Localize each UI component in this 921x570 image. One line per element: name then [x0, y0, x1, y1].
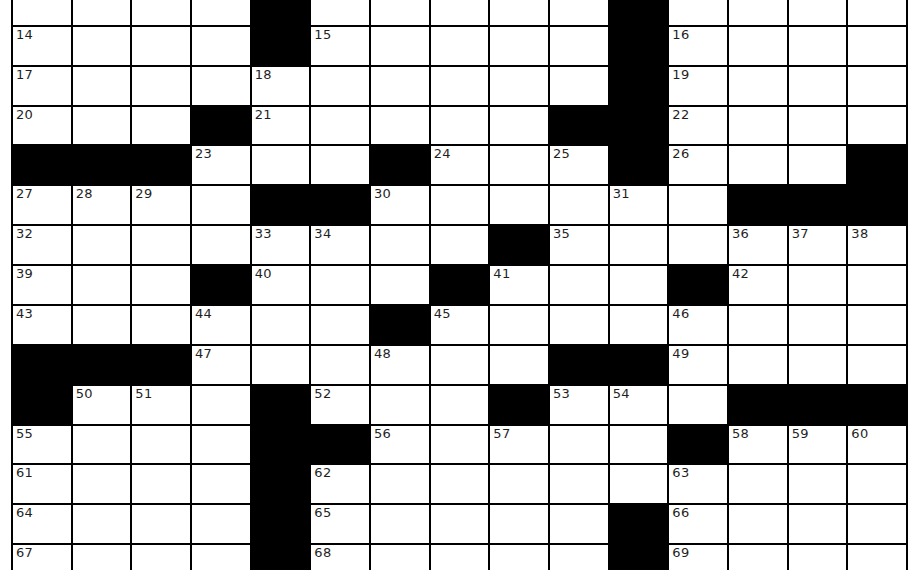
cell-r14c14[interactable] [789, 505, 847, 543]
cell-r13c10[interactable] [550, 465, 608, 503]
clue-number-56: 56 [374, 427, 391, 441]
cell-r3c7[interactable] [371, 67, 429, 105]
black-cell-r12c5 [252, 426, 310, 464]
black-cell-r10c2 [73, 346, 131, 384]
black-cell-r11c1 [13, 386, 71, 424]
cell-r10c7[interactable]: 48 [371, 346, 429, 384]
clue-number-20: 20 [16, 108, 33, 122]
cell-r5c14[interactable] [789, 146, 847, 184]
cell-r5c12[interactable]: 26 [669, 146, 727, 184]
cell-r13c7[interactable] [371, 465, 429, 503]
cell-r3c4[interactable] [192, 67, 250, 105]
cell-r8c3[interactable] [132, 266, 190, 304]
cell-r10c12[interactable]: 49 [669, 346, 727, 384]
cell-r8c10[interactable] [550, 266, 608, 304]
cell-r8c13[interactable]: 42 [729, 266, 787, 304]
black-cell-r8c12 [669, 266, 727, 304]
black-cell-r6c5 [252, 186, 310, 224]
cell-r12c1[interactable]: 55 [13, 426, 71, 464]
cell-r14c4[interactable] [192, 505, 250, 543]
cell-r3c3[interactable] [132, 67, 190, 105]
clue-number-67: 67 [16, 546, 33, 560]
cell-r7c8[interactable] [431, 226, 489, 264]
black-cell-r5c3 [132, 146, 190, 184]
clue-number-49: 49 [672, 347, 689, 361]
clue-number-53: 53 [553, 387, 570, 401]
clue-number-51: 51 [135, 387, 152, 401]
cell-r10c8[interactable] [431, 346, 489, 384]
black-cell-r6c14 [789, 186, 847, 224]
clue-number-50: 50 [76, 387, 93, 401]
cell-r2c14[interactable] [789, 27, 847, 65]
clue-number-64: 64 [16, 506, 33, 520]
clue-number-44: 44 [195, 307, 212, 321]
black-cell-r10c10 [550, 346, 608, 384]
cell-r8c14[interactable] [789, 266, 847, 304]
cell-r2c9[interactable] [490, 27, 548, 65]
cell-r7c7[interactable] [371, 226, 429, 264]
cell-r14c3[interactable] [132, 505, 190, 543]
cell-r5c9[interactable] [490, 146, 548, 184]
clue-number-32: 32 [16, 227, 33, 241]
cell-r6c9[interactable] [490, 186, 548, 224]
cell-r13c15[interactable] [848, 465, 906, 503]
cell-r5c6[interactable] [311, 146, 369, 184]
black-cell-r10c3 [132, 346, 190, 384]
cell-r12c7[interactable]: 56 [371, 426, 429, 464]
cell-r8c9[interactable]: 41 [490, 266, 548, 304]
clue-number-23: 23 [195, 147, 212, 161]
clue-number-27: 27 [16, 187, 33, 201]
cell-r14c6[interactable]: 65 [311, 505, 369, 543]
cell-r13c3[interactable] [132, 465, 190, 503]
clue-number-22: 22 [672, 108, 689, 122]
cell-r14c2[interactable] [73, 505, 131, 543]
cell-r9c9[interactable] [490, 306, 548, 344]
clue-number-58: 58 [732, 427, 749, 441]
cell-r11c3[interactable]: 51 [132, 386, 190, 424]
cell-r10c5[interactable] [252, 346, 310, 384]
black-cell-r4c10 [550, 107, 608, 145]
cell-r3c6[interactable] [311, 67, 369, 105]
cell-r9c10[interactable] [550, 306, 608, 344]
cell-r5c13[interactable] [729, 146, 787, 184]
clue-number-16: 16 [672, 28, 689, 42]
cell-r14c8[interactable] [431, 505, 489, 543]
cell-r6c2[interactable]: 28 [73, 186, 131, 224]
black-cell-r11c15 [848, 386, 906, 424]
cell-r11c12[interactable] [669, 386, 727, 424]
cell-r13c8[interactable] [431, 465, 489, 503]
cell-r8c1[interactable]: 39 [13, 266, 71, 304]
cell-r15c12[interactable]: 69 [669, 545, 727, 570]
cell-r15c2[interactable] [73, 545, 131, 570]
cell-r13c6[interactable]: 62 [311, 465, 369, 503]
cell-r12c9[interactable]: 57 [490, 426, 548, 464]
cell-r12c8[interactable] [431, 426, 489, 464]
cell-r9c5[interactable] [252, 306, 310, 344]
cell-r6c8[interactable] [431, 186, 489, 224]
cell-r7c13[interactable]: 36 [729, 226, 787, 264]
cell-r14c1[interactable]: 64 [13, 505, 71, 543]
black-cell-r11c14 [789, 386, 847, 424]
black-cell-r1c5 [252, 0, 310, 25]
black-cell-r8c4 [192, 266, 250, 304]
cell-r3c2[interactable] [73, 67, 131, 105]
cell-r12c4[interactable] [192, 426, 250, 464]
black-cell-r2c11 [610, 27, 668, 65]
clue-number-60: 60 [851, 427, 868, 441]
cell-r7c3[interactable] [132, 226, 190, 264]
cell-r3c14[interactable] [789, 67, 847, 105]
clue-number-34: 34 [314, 227, 331, 241]
cell-r9c11[interactable] [610, 306, 668, 344]
black-cell-r14c11 [610, 505, 668, 543]
black-cell-r5c2 [73, 146, 131, 184]
cell-r14c13[interactable] [729, 505, 787, 543]
cell-r4c7[interactable] [371, 107, 429, 145]
clue-number-21: 21 [255, 108, 272, 122]
cell-r1c8[interactable] [431, 0, 489, 25]
cell-r10c14[interactable] [789, 346, 847, 384]
cell-r4c12[interactable]: 22 [669, 107, 727, 145]
cell-r8c15[interactable] [848, 266, 906, 304]
cell-r15c3[interactable] [132, 545, 190, 570]
cell-r4c9[interactable] [490, 107, 548, 145]
cell-r10c13[interactable] [729, 346, 787, 384]
cell-r7c15[interactable]: 38 [848, 226, 906, 264]
cell-r1c15[interactable] [848, 0, 906, 25]
black-cell-r12c12 [669, 426, 727, 464]
cell-r6c10[interactable] [550, 186, 608, 224]
clue-number-29: 29 [135, 187, 152, 201]
cell-r13c4[interactable] [192, 465, 250, 503]
cell-r9c15[interactable] [848, 306, 906, 344]
cell-r14c15[interactable] [848, 505, 906, 543]
cell-r13c9[interactable] [490, 465, 548, 503]
cell-r2c7[interactable] [371, 27, 429, 65]
clue-number-38: 38 [851, 227, 868, 241]
cell-r3c5[interactable]: 18 [252, 67, 310, 105]
cell-r13c14[interactable] [789, 465, 847, 503]
black-cell-r2c5 [252, 27, 310, 65]
cell-r15c9[interactable] [490, 545, 548, 570]
cell-r3c10[interactable] [550, 67, 608, 105]
cell-r15c6[interactable]: 68 [311, 545, 369, 570]
cell-r4c8[interactable] [431, 107, 489, 145]
clue-number-46: 46 [672, 307, 689, 321]
cell-r4c6[interactable] [311, 107, 369, 145]
cell-r4c1[interactable]: 20 [13, 107, 71, 145]
cell-r2c10[interactable] [550, 27, 608, 65]
cell-r8c2[interactable] [73, 266, 131, 304]
clue-number-40: 40 [255, 267, 272, 281]
clue-number-14: 14 [16, 28, 33, 42]
cell-r12c2[interactable] [73, 426, 131, 464]
cell-r7c4[interactable] [192, 226, 250, 264]
cell-r1c12[interactable] [669, 0, 727, 25]
cell-r12c11[interactable] [610, 426, 668, 464]
cell-r7c1[interactable]: 32 [13, 226, 71, 264]
cell-r3c8[interactable] [431, 67, 489, 105]
cell-r6c7[interactable]: 30 [371, 186, 429, 224]
cell-r3c1[interactable]: 17 [13, 67, 71, 105]
clue-number-52: 52 [314, 387, 331, 401]
cell-r5c10[interactable]: 25 [550, 146, 608, 184]
cell-r4c15[interactable] [848, 107, 906, 145]
cell-r1c2[interactable] [73, 0, 131, 25]
cell-r7c12[interactable] [669, 226, 727, 264]
crossword-board: 1415161718192021222324252627282930313233… [0, 0, 921, 570]
cell-r1c9[interactable] [490, 0, 548, 25]
black-cell-r8c8 [431, 266, 489, 304]
cell-r7c14[interactable]: 37 [789, 226, 847, 264]
cell-r10c6[interactable] [311, 346, 369, 384]
cell-r14c7[interactable] [371, 505, 429, 543]
cell-r15c4[interactable] [192, 545, 250, 570]
cell-r1c4[interactable] [192, 0, 250, 25]
cell-r7c2[interactable] [73, 226, 131, 264]
black-cell-r5c1 [13, 146, 71, 184]
cell-r15c1[interactable]: 67 [13, 545, 71, 570]
cell-r8c5[interactable]: 40 [252, 266, 310, 304]
cell-r6c1[interactable]: 27 [13, 186, 71, 224]
cell-r11c7[interactable] [371, 386, 429, 424]
black-cell-r5c7 [371, 146, 429, 184]
cell-r12c15[interactable]: 60 [848, 426, 906, 464]
cell-r9c3[interactable] [132, 306, 190, 344]
cell-r14c9[interactable] [490, 505, 548, 543]
clue-number-17: 17 [16, 68, 33, 82]
cell-r15c10[interactable] [550, 545, 608, 570]
cell-r1c13[interactable] [729, 0, 787, 25]
cell-r1c10[interactable] [550, 0, 608, 25]
cell-r9c1[interactable]: 43 [13, 306, 71, 344]
cell-r13c2[interactable] [73, 465, 131, 503]
cell-r4c5[interactable]: 21 [252, 107, 310, 145]
clue-number-48: 48 [374, 347, 391, 361]
clue-number-54: 54 [613, 387, 630, 401]
cell-r11c8[interactable] [431, 386, 489, 424]
cell-r9c14[interactable] [789, 306, 847, 344]
black-cell-r3c11 [610, 67, 668, 105]
black-cell-r15c5 [252, 545, 310, 570]
cell-r11c2[interactable]: 50 [73, 386, 131, 424]
cell-r13c13[interactable] [729, 465, 787, 503]
clue-number-55: 55 [16, 427, 33, 441]
cell-r9c4[interactable]: 44 [192, 306, 250, 344]
cell-r9c2[interactable] [73, 306, 131, 344]
black-cell-r15c11 [610, 545, 668, 570]
black-cell-r13c5 [252, 465, 310, 503]
cell-r2c8[interactable] [431, 27, 489, 65]
clue-number-24: 24 [434, 147, 451, 161]
cell-r2c1[interactable]: 14 [13, 27, 71, 65]
cell-r1c7[interactable] [371, 0, 429, 25]
cell-r13c11[interactable] [610, 465, 668, 503]
black-cell-r6c13 [729, 186, 787, 224]
cell-r2c12[interactable]: 16 [669, 27, 727, 65]
cell-r6c12[interactable] [669, 186, 727, 224]
clue-number-26: 26 [672, 147, 689, 161]
cell-r7c11[interactable] [610, 226, 668, 264]
cell-r11c11[interactable]: 54 [610, 386, 668, 424]
cell-r1c3[interactable] [132, 0, 190, 25]
cell-r9c6[interactable] [311, 306, 369, 344]
clue-number-15: 15 [314, 28, 331, 42]
cell-r2c15[interactable] [848, 27, 906, 65]
black-cell-r1c11 [610, 0, 668, 25]
black-cell-r14c5 [252, 505, 310, 543]
cell-r10c4[interactable]: 47 [192, 346, 250, 384]
black-cell-r11c13 [729, 386, 787, 424]
black-cell-r10c11 [610, 346, 668, 384]
cell-r8c11[interactable] [610, 266, 668, 304]
cell-r2c6[interactable]: 15 [311, 27, 369, 65]
cell-r12c14[interactable]: 59 [789, 426, 847, 464]
cell-r9c12[interactable]: 46 [669, 306, 727, 344]
cell-r2c2[interactable] [73, 27, 131, 65]
cell-r2c4[interactable] [192, 27, 250, 65]
clue-number-33: 33 [255, 227, 272, 241]
cell-r6c4[interactable] [192, 186, 250, 224]
cell-r15c13[interactable] [729, 545, 787, 570]
cell-r15c7[interactable] [371, 545, 429, 570]
cell-r10c9[interactable] [490, 346, 548, 384]
cell-r7c6[interactable]: 34 [311, 226, 369, 264]
clue-number-69: 69 [672, 546, 689, 560]
clue-number-28: 28 [76, 187, 93, 201]
cell-r11c4[interactable] [192, 386, 250, 424]
clue-number-65: 65 [314, 506, 331, 520]
clue-number-62: 62 [314, 466, 331, 480]
cell-r5c5[interactable] [252, 146, 310, 184]
cell-r14c10[interactable] [550, 505, 608, 543]
black-cell-r10c1 [13, 346, 71, 384]
clue-number-41: 41 [493, 267, 510, 281]
cell-r7c5[interactable]: 33 [252, 226, 310, 264]
cell-r9c8[interactable]: 45 [431, 306, 489, 344]
cell-r13c12[interactable]: 63 [669, 465, 727, 503]
cell-r12c13[interactable]: 58 [729, 426, 787, 464]
clue-number-61: 61 [16, 466, 33, 480]
cell-r8c7[interactable] [371, 266, 429, 304]
clue-number-68: 68 [314, 546, 331, 560]
cell-r1c1[interactable] [13, 0, 71, 25]
cell-r6c3[interactable]: 29 [132, 186, 190, 224]
clue-number-63: 63 [672, 466, 689, 480]
black-cell-r11c9 [490, 386, 548, 424]
cell-r15c15[interactable] [848, 545, 906, 570]
cell-r13c1[interactable]: 61 [13, 465, 71, 503]
cell-r10c15[interactable] [848, 346, 906, 384]
cell-r3c12[interactable]: 19 [669, 67, 727, 105]
clue-number-59: 59 [792, 427, 809, 441]
clue-number-35: 35 [553, 227, 570, 241]
cell-r11c10[interactable]: 53 [550, 386, 608, 424]
clue-number-57: 57 [493, 427, 510, 441]
black-cell-r12c6 [311, 426, 369, 464]
black-cell-r7c9 [490, 226, 548, 264]
cell-r4c14[interactable] [789, 107, 847, 145]
black-cell-r4c11 [610, 107, 668, 145]
black-cell-r9c7 [371, 306, 429, 344]
cell-r3c15[interactable] [848, 67, 906, 105]
cell-r9c13[interactable] [729, 306, 787, 344]
cell-r3c9[interactable] [490, 67, 548, 105]
cell-r12c3[interactable] [132, 426, 190, 464]
cell-r15c8[interactable] [431, 545, 489, 570]
cell-r11c6[interactable]: 52 [311, 386, 369, 424]
clue-number-66: 66 [672, 506, 689, 520]
cell-r8c6[interactable] [311, 266, 369, 304]
cell-r1c6[interactable] [311, 0, 369, 25]
clue-number-36: 36 [732, 227, 749, 241]
cell-r7c10[interactable]: 35 [550, 226, 608, 264]
cell-r4c3[interactable] [132, 107, 190, 145]
cell-r4c13[interactable] [729, 107, 787, 145]
cell-r1c14[interactable] [789, 0, 847, 25]
clue-number-47: 47 [195, 347, 212, 361]
cell-r14c12[interactable]: 66 [669, 505, 727, 543]
black-cell-r6c15 [848, 186, 906, 224]
cell-r3c13[interactable] [729, 67, 787, 105]
clue-number-39: 39 [16, 267, 33, 281]
cell-r4c2[interactable] [73, 107, 131, 145]
cell-r5c8[interactable]: 24 [431, 146, 489, 184]
black-cell-r6c6 [311, 186, 369, 224]
clue-number-42: 42 [732, 267, 749, 281]
black-cell-r5c11 [610, 146, 668, 184]
cell-r12c10[interactable] [550, 426, 608, 464]
crossword-grid: 1415161718192021222324252627282930313233… [11, 0, 908, 570]
cell-r15c14[interactable] [789, 545, 847, 570]
clue-number-43: 43 [16, 307, 33, 321]
clue-number-45: 45 [434, 307, 451, 321]
clue-number-19: 19 [672, 68, 689, 82]
cell-r6c11[interactable]: 31 [610, 186, 668, 224]
cell-r5c4[interactable]: 23 [192, 146, 250, 184]
clue-number-37: 37 [792, 227, 809, 241]
cell-r2c13[interactable] [729, 27, 787, 65]
clue-number-18: 18 [255, 68, 272, 82]
black-cell-r11c5 [252, 386, 310, 424]
cell-r2c3[interactable] [132, 27, 190, 65]
clue-number-31: 31 [613, 187, 630, 201]
clue-number-25: 25 [553, 147, 570, 161]
black-cell-r4c4 [192, 107, 250, 145]
black-cell-r5c15 [848, 146, 906, 184]
clue-number-30: 30 [374, 187, 391, 201]
